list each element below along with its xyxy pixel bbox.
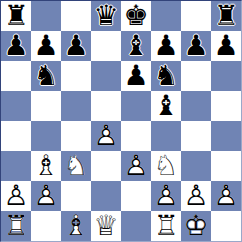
square-c1[interactable]: ♝♗	[61, 211, 91, 241]
square-f6[interactable]: ♞	[151, 61, 181, 91]
square-d7[interactable]	[91, 31, 121, 61]
square-c5[interactable]	[61, 91, 91, 121]
square-e5[interactable]	[121, 91, 151, 121]
square-d4[interactable]: ♟♙	[91, 121, 121, 151]
square-d3[interactable]	[91, 151, 121, 181]
square-b8[interactable]	[31, 1, 61, 31]
square-d1[interactable]: ♛♕	[91, 211, 121, 241]
square-h2[interactable]: ♟♙	[211, 181, 241, 211]
square-c6[interactable]	[61, 61, 91, 91]
square-e7[interactable]: ♝	[121, 31, 151, 61]
square-d2[interactable]	[91, 181, 121, 211]
square-e3[interactable]: ♟♙	[121, 151, 151, 181]
square-g5[interactable]	[181, 91, 211, 121]
piece-white-king: ♚♔	[181, 211, 211, 241]
square-g6[interactable]	[181, 61, 211, 91]
piece-black-king: ♚	[121, 1, 151, 31]
piece-black-pawn: ♟	[181, 31, 211, 61]
piece-white-knight: ♞♘	[61, 151, 91, 181]
square-a2[interactable]: ♟♙	[1, 181, 31, 211]
square-f2[interactable]: ♟♙	[151, 181, 181, 211]
square-h3[interactable]	[211, 151, 241, 181]
square-d6[interactable]	[91, 61, 121, 91]
square-d5[interactable]	[91, 91, 121, 121]
square-g2[interactable]: ♟♙	[181, 181, 211, 211]
square-g3[interactable]	[181, 151, 211, 181]
square-g7[interactable]: ♟	[181, 31, 211, 61]
piece-black-bishop: ♝	[151, 91, 181, 121]
piece-black-rook: ♜	[1, 1, 31, 31]
piece-white-bishop: ♝♗	[31, 151, 61, 181]
square-b1[interactable]	[31, 211, 61, 241]
square-c2[interactable]	[61, 181, 91, 211]
square-f3[interactable]: ♞♘	[151, 151, 181, 181]
square-a3[interactable]	[1, 151, 31, 181]
piece-white-pawn: ♟♙	[211, 181, 241, 211]
piece-black-pawn: ♟	[211, 31, 241, 61]
chess-board-frame: ♜♛♚♜♟♟♟♝♟♟♟♞♟♞♝♟♙♝♗♞♘♟♙♞♘♟♙♟♙♟♙♟♙♟♙♜♖♝♗♛…	[0, 0, 242, 242]
square-g4[interactable]	[181, 121, 211, 151]
square-h6[interactable]	[211, 61, 241, 91]
square-e2[interactable]	[121, 181, 151, 211]
square-f5[interactable]: ♝	[151, 91, 181, 121]
square-c4[interactable]	[61, 121, 91, 151]
square-c3[interactable]: ♞♘	[61, 151, 91, 181]
square-b4[interactable]	[31, 121, 61, 151]
piece-white-pawn: ♟♙	[91, 121, 121, 151]
piece-black-knight: ♞	[151, 61, 181, 91]
piece-black-pawn: ♟	[121, 61, 151, 91]
square-h4[interactable]	[211, 121, 241, 151]
square-b6[interactable]: ♞	[31, 61, 61, 91]
square-e8[interactable]: ♚	[121, 1, 151, 31]
square-h1[interactable]	[211, 211, 241, 241]
piece-white-bishop: ♝♗	[61, 211, 91, 241]
square-g8[interactable]	[181, 1, 211, 31]
square-a4[interactable]	[1, 121, 31, 151]
square-d8[interactable]: ♛	[91, 1, 121, 31]
chess-board: ♜♛♚♜♟♟♟♝♟♟♟♞♟♞♝♟♙♝♗♞♘♟♙♞♘♟♙♟♙♟♙♟♙♟♙♜♖♝♗♛…	[1, 1, 241, 241]
square-b3[interactable]: ♝♗	[31, 151, 61, 181]
square-f1[interactable]: ♜♖	[151, 211, 181, 241]
square-a1[interactable]: ♜♖	[1, 211, 31, 241]
piece-white-pawn: ♟♙	[181, 181, 211, 211]
piece-black-bishop: ♝	[121, 31, 151, 61]
piece-black-knight: ♞	[31, 61, 61, 91]
square-g1[interactable]: ♚♔	[181, 211, 211, 241]
piece-black-pawn: ♟	[1, 31, 31, 61]
piece-white-rook: ♜♖	[151, 211, 181, 241]
square-c7[interactable]: ♟	[61, 31, 91, 61]
piece-black-pawn: ♟	[61, 31, 91, 61]
piece-white-rook: ♜♖	[1, 211, 31, 241]
piece-black-pawn: ♟	[151, 31, 181, 61]
square-e6[interactable]: ♟	[121, 61, 151, 91]
piece-white-knight: ♞♘	[151, 151, 181, 181]
square-f8[interactable]	[151, 1, 181, 31]
square-b5[interactable]	[31, 91, 61, 121]
piece-white-pawn: ♟♙	[121, 151, 151, 181]
square-f4[interactable]	[151, 121, 181, 151]
square-a8[interactable]: ♜	[1, 1, 31, 31]
square-h7[interactable]: ♟	[211, 31, 241, 61]
piece-white-pawn: ♟♙	[151, 181, 181, 211]
piece-white-queen: ♛♕	[91, 211, 121, 241]
square-e1[interactable]	[121, 211, 151, 241]
square-a6[interactable]	[1, 61, 31, 91]
square-h8[interactable]: ♜	[211, 1, 241, 31]
piece-black-pawn: ♟	[31, 31, 61, 61]
square-e4[interactable]	[121, 121, 151, 151]
square-b2[interactable]: ♟♙	[31, 181, 61, 211]
square-c8[interactable]	[61, 1, 91, 31]
piece-white-pawn: ♟♙	[1, 181, 31, 211]
square-f7[interactable]: ♟	[151, 31, 181, 61]
piece-white-pawn: ♟♙	[31, 181, 61, 211]
square-a7[interactable]: ♟	[1, 31, 31, 61]
square-a5[interactable]	[1, 91, 31, 121]
square-h5[interactable]	[211, 91, 241, 121]
square-b7[interactable]: ♟	[31, 31, 61, 61]
piece-black-rook: ♜	[211, 1, 241, 31]
piece-black-queen: ♛	[91, 1, 121, 31]
